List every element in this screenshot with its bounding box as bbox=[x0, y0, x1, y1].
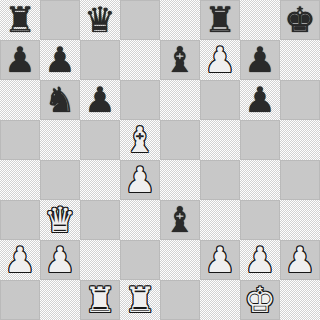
square-b7[interactable]: ♟ bbox=[40, 40, 80, 80]
square-h5[interactable] bbox=[280, 120, 320, 160]
square-g2[interactable]: ♟ bbox=[240, 240, 280, 280]
square-d7[interactable] bbox=[120, 40, 160, 80]
white-pawn-f2[interactable]: ♟ bbox=[204, 240, 235, 280]
black-pawn-a7[interactable]: ♟ bbox=[4, 40, 35, 80]
square-d3[interactable] bbox=[120, 200, 160, 240]
square-c5[interactable] bbox=[80, 120, 120, 160]
square-h8[interactable]: ♚ bbox=[280, 0, 320, 40]
square-h2[interactable]: ♟ bbox=[280, 240, 320, 280]
square-c4[interactable] bbox=[80, 160, 120, 200]
black-knight-b6[interactable]: ♞ bbox=[44, 80, 75, 120]
square-e7[interactable]: ♝ bbox=[160, 40, 200, 80]
square-c7[interactable] bbox=[80, 40, 120, 80]
square-d1[interactable]: ♜ bbox=[120, 280, 160, 320]
square-e8[interactable] bbox=[160, 0, 200, 40]
white-bishop-d5[interactable]: ♝ bbox=[124, 120, 155, 160]
square-e2[interactable] bbox=[160, 240, 200, 280]
square-h4[interactable] bbox=[280, 160, 320, 200]
square-c6[interactable]: ♟ bbox=[80, 80, 120, 120]
white-pawn-a2[interactable]: ♟ bbox=[4, 240, 35, 280]
square-d5[interactable]: ♝ bbox=[120, 120, 160, 160]
square-c3[interactable] bbox=[80, 200, 120, 240]
square-g8[interactable] bbox=[240, 0, 280, 40]
square-a2[interactable]: ♟ bbox=[0, 240, 40, 280]
square-f8[interactable]: ♜ bbox=[200, 0, 240, 40]
black-pawn-b7[interactable]: ♟ bbox=[44, 40, 75, 80]
black-rook-f8[interactable]: ♜ bbox=[204, 0, 235, 40]
square-f1[interactable] bbox=[200, 280, 240, 320]
square-g3[interactable] bbox=[240, 200, 280, 240]
square-e1[interactable] bbox=[160, 280, 200, 320]
square-d8[interactable] bbox=[120, 0, 160, 40]
white-pawn-b2[interactable]: ♟ bbox=[44, 240, 75, 280]
white-pawn-g2[interactable]: ♟ bbox=[244, 240, 275, 280]
square-h7[interactable] bbox=[280, 40, 320, 80]
square-a8[interactable]: ♜ bbox=[0, 0, 40, 40]
square-b4[interactable] bbox=[40, 160, 80, 200]
square-f5[interactable] bbox=[200, 120, 240, 160]
square-e6[interactable] bbox=[160, 80, 200, 120]
square-g5[interactable] bbox=[240, 120, 280, 160]
square-g4[interactable] bbox=[240, 160, 280, 200]
black-pawn-c6[interactable]: ♟ bbox=[84, 80, 115, 120]
square-c1[interactable]: ♜ bbox=[80, 280, 120, 320]
square-b1[interactable] bbox=[40, 280, 80, 320]
square-f7[interactable]: ♟ bbox=[200, 40, 240, 80]
black-bishop-e7[interactable]: ♝ bbox=[164, 40, 195, 80]
white-rook-c1[interactable]: ♜ bbox=[84, 280, 115, 320]
square-b6[interactable]: ♞ bbox=[40, 80, 80, 120]
black-queen-c8[interactable]: ♛ bbox=[84, 0, 115, 40]
white-queen-b3[interactable]: ♛ bbox=[44, 200, 75, 240]
square-h3[interactable] bbox=[280, 200, 320, 240]
chess-board: ♜♛♜♚♟♟♝♟♟♞♟♟♝♟♛♝♟♟♟♟♟♜♜♚ bbox=[0, 0, 320, 320]
square-h6[interactable] bbox=[280, 80, 320, 120]
black-bishop-e3[interactable]: ♝ bbox=[164, 200, 195, 240]
white-king-g1[interactable]: ♚ bbox=[244, 280, 275, 320]
square-f4[interactable] bbox=[200, 160, 240, 200]
square-a6[interactable] bbox=[0, 80, 40, 120]
square-g6[interactable]: ♟ bbox=[240, 80, 280, 120]
square-b5[interactable] bbox=[40, 120, 80, 160]
square-a3[interactable] bbox=[0, 200, 40, 240]
square-g7[interactable]: ♟ bbox=[240, 40, 280, 80]
square-e5[interactable] bbox=[160, 120, 200, 160]
black-pawn-g7[interactable]: ♟ bbox=[244, 40, 275, 80]
white-pawn-d4[interactable]: ♟ bbox=[124, 160, 155, 200]
square-e3[interactable]: ♝ bbox=[160, 200, 200, 240]
square-d2[interactable] bbox=[120, 240, 160, 280]
square-c2[interactable] bbox=[80, 240, 120, 280]
square-a5[interactable] bbox=[0, 120, 40, 160]
square-a1[interactable] bbox=[0, 280, 40, 320]
square-a7[interactable]: ♟ bbox=[0, 40, 40, 80]
square-f2[interactable]: ♟ bbox=[200, 240, 240, 280]
black-rook-a8[interactable]: ♜ bbox=[4, 0, 35, 40]
square-e4[interactable] bbox=[160, 160, 200, 200]
square-g1[interactable]: ♚ bbox=[240, 280, 280, 320]
black-pawn-g6[interactable]: ♟ bbox=[244, 80, 275, 120]
square-f6[interactable] bbox=[200, 80, 240, 120]
square-b3[interactable]: ♛ bbox=[40, 200, 80, 240]
square-d4[interactable]: ♟ bbox=[120, 160, 160, 200]
white-rook-d1[interactable]: ♜ bbox=[124, 280, 155, 320]
black-king-h8[interactable]: ♚ bbox=[284, 0, 315, 40]
square-a4[interactable] bbox=[0, 160, 40, 200]
square-d6[interactable] bbox=[120, 80, 160, 120]
square-c8[interactable]: ♛ bbox=[80, 0, 120, 40]
white-pawn-f7[interactable]: ♟ bbox=[204, 40, 235, 80]
square-b8[interactable] bbox=[40, 0, 80, 40]
square-b2[interactable]: ♟ bbox=[40, 240, 80, 280]
square-f3[interactable] bbox=[200, 200, 240, 240]
square-h1[interactable] bbox=[280, 280, 320, 320]
white-pawn-h2[interactable]: ♟ bbox=[284, 240, 315, 280]
